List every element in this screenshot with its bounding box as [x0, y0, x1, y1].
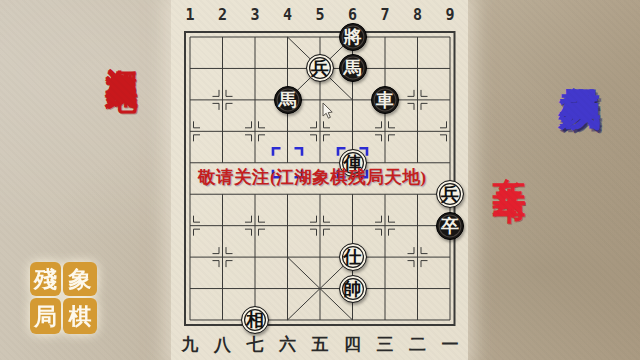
file-label-top-8: 8 [413, 6, 422, 24]
piece-black-chariot[interactable]: 車 [371, 86, 399, 114]
file-label-bottom-6: 四 [344, 333, 361, 356]
seal-tile: 殘 [30, 262, 61, 296]
channel-seal: 殘 象 局 棋 [30, 262, 97, 334]
piece-black-horse[interactable]: 馬 [274, 86, 302, 114]
file-label-top-9: 9 [445, 6, 454, 24]
file-label-bottom-3: 七 [247, 333, 264, 356]
file-label-bottom-9: 一 [442, 333, 459, 356]
seal-tile: 象 [63, 262, 97, 296]
river-notice-text: 敬请关注(江湖象棋残局天地) [198, 167, 458, 189]
file-label-top-7: 7 [380, 6, 389, 24]
file-label-bottom-8: 二 [409, 333, 426, 356]
file-label-top-1: 1 [185, 6, 194, 24]
piece-red-elephant[interactable]: 相 [241, 306, 269, 334]
file-label-bottom-1: 九 [182, 333, 199, 356]
piece-black-soldier[interactable]: 卒 [436, 212, 464, 240]
mouse-cursor-icon [322, 103, 336, 120]
file-label-top-3: 3 [250, 6, 259, 24]
file-label-bottom-4: 六 [279, 333, 296, 356]
seal-tile: 局 [30, 298, 61, 334]
left-banner-text: 江湖象棋残局天地 [100, 42, 144, 58]
piece-black-horse[interactable]: 馬 [339, 54, 367, 82]
file-label-top-5: 5 [315, 6, 324, 24]
seal-tile: 棋 [63, 298, 97, 334]
right-subtitle-text: 车兵斗车马 [486, 150, 531, 170]
file-label-bottom-2: 八 [214, 333, 231, 356]
piece-red-general[interactable]: 帥 [339, 275, 367, 303]
piece-red-advisor[interactable]: 仕 [339, 243, 367, 271]
file-label-bottom-7: 三 [377, 333, 394, 356]
right-title-text: 象棋残局 [552, 53, 608, 57]
file-label-top-2: 2 [218, 6, 227, 24]
video-frame: 123456789 九八七六五四三二一 將兵馬馬車俥兵卒仕帥相 江湖象棋残局天地… [0, 0, 640, 360]
file-label-top-4: 4 [283, 6, 292, 24]
file-label-top-6: 6 [348, 6, 357, 24]
piece-black-general[interactable]: 將 [339, 23, 367, 51]
file-label-bottom-5: 五 [312, 333, 329, 356]
